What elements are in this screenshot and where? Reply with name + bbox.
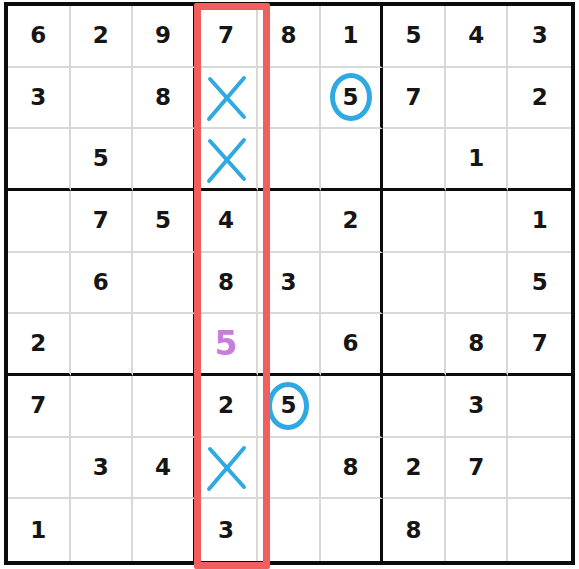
cell-r5c1[interactable] [8, 253, 71, 315]
cell-r5c6[interactable] [321, 253, 384, 315]
cell-r3c7[interactable] [383, 129, 446, 191]
given-digit: 5 [343, 86, 359, 109]
cell-r8c6[interactable]: 8 [321, 438, 384, 500]
cell-r5c7[interactable] [383, 253, 446, 315]
cell-r7c2[interactable] [71, 376, 134, 438]
cell-r9c1[interactable]: 1 [8, 499, 71, 561]
given-digit: 8 [406, 519, 422, 542]
sudoku-page: 6297815433857251754216835256877253348271… [0, 0, 579, 569]
cell-r9c2[interactable] [71, 499, 134, 561]
x-mark-icon [203, 134, 249, 184]
x-mark-icon [203, 442, 249, 492]
given-digit: 5 [93, 147, 109, 170]
cell-r9c4[interactable]: 3 [196, 499, 259, 561]
cell-r8c5[interactable] [258, 438, 321, 500]
cell-r1c4[interactable]: 7 [196, 6, 259, 68]
cell-r9c9[interactable] [508, 499, 571, 561]
cell-r5c9[interactable]: 5 [508, 253, 571, 315]
cell-r9c6[interactable] [321, 499, 384, 561]
given-digit: 8 [468, 332, 484, 355]
cell-r9c5[interactable] [258, 499, 321, 561]
given-digit: 7 [30, 394, 46, 417]
cell-r4c7[interactable] [383, 191, 446, 253]
given-digit: 3 [280, 271, 296, 294]
sudoku-board: 6297815433857251754216835256877253348271… [4, 2, 575, 565]
cell-r1c1[interactable]: 6 [8, 6, 71, 68]
cell-r6c5[interactable] [258, 314, 321, 376]
circle-annotation-icon: 5 [330, 73, 372, 121]
given-digit: 2 [93, 24, 109, 47]
given-digit: 1 [532, 209, 548, 232]
cell-r5c2[interactable]: 6 [71, 253, 134, 315]
given-digit: 8 [218, 271, 234, 294]
cell-r9c7[interactable]: 8 [383, 499, 446, 561]
cell-r7c9[interactable] [508, 376, 571, 438]
cell-r4c8[interactable] [446, 191, 509, 253]
cell-r2c4[interactable] [196, 68, 259, 130]
cell-r7c4[interactable]: 2 [196, 376, 259, 438]
given-digit: 6 [30, 24, 46, 47]
cell-r3c1[interactable] [8, 129, 71, 191]
given-digit: 5 [532, 271, 548, 294]
cell-r3c8[interactable]: 1 [446, 129, 509, 191]
given-digit: 3 [30, 86, 46, 109]
cell-r1c3[interactable]: 9 [133, 6, 196, 68]
cell-r3c3[interactable] [133, 129, 196, 191]
cell-r6c6[interactable]: 6 [321, 314, 384, 376]
cell-r1c7[interactable]: 5 [383, 6, 446, 68]
cell-r1c2[interactable]: 2 [71, 6, 134, 68]
given-digit: 7 [406, 86, 422, 109]
given-digit: 5 [280, 394, 296, 417]
cell-r3c5[interactable] [258, 129, 321, 191]
given-digit: 7 [468, 456, 484, 479]
given-digit: 4 [155, 456, 171, 479]
given-digit: 4 [218, 209, 234, 232]
given-digit: 2 [30, 332, 46, 355]
cell-r1c8[interactable]: 4 [446, 6, 509, 68]
cell-r2c2[interactable] [71, 68, 134, 130]
given-digit: 7 [218, 24, 234, 47]
cell-r2c8[interactable] [446, 68, 509, 130]
cell-r6c2[interactable] [71, 314, 134, 376]
cell-r6c4[interactable]: 5 [196, 314, 259, 376]
cell-r4c6[interactable]: 2 [321, 191, 384, 253]
cell-r7c6[interactable] [321, 376, 384, 438]
cell-r8c3[interactable]: 4 [133, 438, 196, 500]
cell-r8c8[interactable]: 7 [446, 438, 509, 500]
cell-r4c2[interactable]: 7 [71, 191, 134, 253]
given-digit: 7 [532, 332, 548, 355]
given-digit: 4 [468, 24, 484, 47]
given-digit: 6 [93, 271, 109, 294]
given-digit: 3 [218, 519, 234, 542]
given-digit: 3 [468, 394, 484, 417]
cell-r3c6[interactable] [321, 129, 384, 191]
given-digit: 8 [155, 86, 171, 109]
cell-r4c5[interactable] [258, 191, 321, 253]
cell-r5c4[interactable]: 8 [196, 253, 259, 315]
cell-r8c2[interactable]: 3 [71, 438, 134, 500]
given-digit: 5 [406, 24, 422, 47]
x-mark-icon [203, 72, 249, 122]
given-digit: 1 [343, 24, 359, 47]
cell-r7c3[interactable] [133, 376, 196, 438]
cell-r3c2[interactable]: 5 [71, 129, 134, 191]
cell-r2c7[interactable]: 7 [383, 68, 446, 130]
cell-r2c6[interactable]: 5 [321, 68, 384, 130]
cell-r1c6[interactable]: 1 [321, 6, 384, 68]
cell-r6c1[interactable]: 2 [8, 314, 71, 376]
cell-r3c4[interactable] [196, 129, 259, 191]
cell-r8c1[interactable] [8, 438, 71, 500]
given-digit: 8 [343, 456, 359, 479]
cell-r7c1[interactable]: 7 [8, 376, 71, 438]
cell-r5c8[interactable] [446, 253, 509, 315]
given-digit: 1 [30, 519, 46, 542]
pencil-digit: 5 [214, 327, 237, 360]
given-digit: 3 [532, 24, 548, 47]
cell-r8c4[interactable] [196, 438, 259, 500]
cell-r3c9[interactable] [508, 129, 571, 191]
cell-r6c8[interactable]: 8 [446, 314, 509, 376]
cell-r4c1[interactable] [8, 191, 71, 253]
given-digit: 2 [532, 86, 548, 109]
cell-r7c8[interactable]: 3 [446, 376, 509, 438]
cell-r5c5[interactable]: 3 [258, 253, 321, 315]
cell-r6c7[interactable] [383, 314, 446, 376]
cell-r4c3[interactable]: 5 [133, 191, 196, 253]
given-digit: 6 [343, 332, 359, 355]
given-digit: 2 [218, 394, 234, 417]
given-digit: 1 [468, 147, 484, 170]
cell-r7c5[interactable]: 5 [258, 376, 321, 438]
cell-r2c1[interactable]: 3 [8, 68, 71, 130]
given-digit: 3 [93, 456, 109, 479]
cell-r6c9[interactable]: 7 [508, 314, 571, 376]
cell-r5c3[interactable] [133, 253, 196, 315]
cell-r1c5[interactable]: 8 [258, 6, 321, 68]
circle-annotation-icon: 5 [267, 382, 309, 430]
cell-r9c8[interactable] [446, 499, 509, 561]
cell-r6c3[interactable] [133, 314, 196, 376]
given-digit: 8 [280, 24, 296, 47]
cell-r7c7[interactable] [383, 376, 446, 438]
given-digit: 7 [93, 209, 109, 232]
cell-r2c9[interactable]: 2 [508, 68, 571, 130]
given-digit: 9 [155, 24, 171, 47]
cell-r8c9[interactable] [508, 438, 571, 500]
given-digit: 2 [406, 456, 422, 479]
cell-r2c5[interactable] [258, 68, 321, 130]
given-digit: 5 [155, 209, 171, 232]
cell-r1c9[interactable]: 3 [508, 6, 571, 68]
given-digit: 2 [343, 209, 359, 232]
cell-r9c3[interactable] [133, 499, 196, 561]
cell-r8c7[interactable]: 2 [383, 438, 446, 500]
cell-r2c3[interactable]: 8 [133, 68, 196, 130]
cell-r4c4[interactable]: 4 [196, 191, 259, 253]
cell-r4c9[interactable]: 1 [508, 191, 571, 253]
